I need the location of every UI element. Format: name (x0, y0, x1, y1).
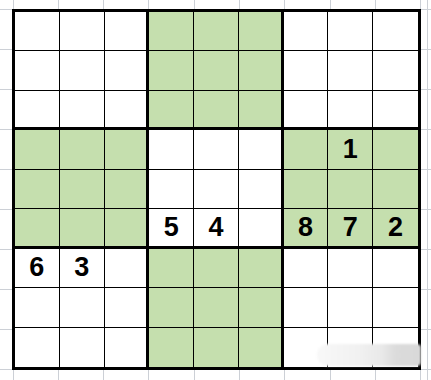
cell-r4c5[interactable] (194, 130, 239, 169)
cell-r1c3[interactable] (105, 12, 150, 51)
cell-r2c6[interactable] (239, 51, 284, 90)
cell-r6c4[interactable]: 5 (149, 209, 194, 248)
cell-r4c3[interactable] (105, 130, 150, 169)
cell-r6c8[interactable]: 7 (328, 209, 373, 248)
cell-r4c7[interactable] (284, 130, 329, 169)
sudoku-board: 15487263 (12, 9, 421, 370)
cell-r8c3[interactable] (105, 288, 150, 327)
cell-r4c8[interactable]: 1 (328, 130, 373, 169)
cell-r1c6[interactable] (239, 12, 284, 51)
cell-r4c6[interactable] (239, 130, 284, 169)
cell-r8c2[interactable] (60, 288, 105, 327)
cell-r2c9[interactable] (373, 51, 418, 90)
cell-r6c7[interactable]: 8 (284, 209, 329, 248)
cell-r8c4[interactable] (149, 288, 194, 327)
cell-r2c2[interactable] (60, 51, 105, 90)
blurred-watermark (317, 344, 421, 366)
cell-r3c2[interactable] (60, 91, 105, 130)
cell-r5c2[interactable] (60, 170, 105, 209)
cell-r4c2[interactable] (60, 130, 105, 169)
cell-r2c8[interactable] (328, 51, 373, 90)
cell-r4c1[interactable] (15, 130, 60, 169)
cell-r5c9[interactable] (373, 170, 418, 209)
cell-r5c5[interactable] (194, 170, 239, 209)
cell-r5c6[interactable] (239, 170, 284, 209)
cell-r9c6[interactable] (239, 328, 284, 367)
cell-r5c3[interactable] (105, 170, 150, 209)
cell-r7c1[interactable]: 6 (15, 249, 60, 288)
cell-r2c1[interactable] (15, 51, 60, 90)
cell-r1c9[interactable] (373, 12, 418, 51)
cell-r1c5[interactable] (194, 12, 239, 51)
cell-r8c8[interactable] (328, 288, 373, 327)
cell-r3c3[interactable] (105, 91, 150, 130)
cell-r9c2[interactable] (60, 328, 105, 367)
cell-r1c8[interactable] (328, 12, 373, 51)
cell-r6c5[interactable]: 4 (194, 209, 239, 248)
cell-r8c1[interactable] (15, 288, 60, 327)
cell-r1c4[interactable] (149, 12, 194, 51)
cell-r9c3[interactable] (105, 328, 150, 367)
cell-r2c7[interactable] (284, 51, 329, 90)
cell-r5c8[interactable] (328, 170, 373, 209)
cell-r7c7[interactable] (284, 249, 329, 288)
cell-r9c5[interactable] (194, 328, 239, 367)
cell-r6c2[interactable] (60, 209, 105, 248)
cell-r7c5[interactable] (194, 249, 239, 288)
cell-r6c1[interactable] (15, 209, 60, 248)
cell-r3c5[interactable] (194, 91, 239, 130)
sudoku-page: 15487263 (0, 0, 431, 380)
cell-r8c7[interactable] (284, 288, 329, 327)
cell-r7c8[interactable] (328, 249, 373, 288)
cell-r6c9[interactable]: 2 (373, 209, 418, 248)
cell-r3c7[interactable] (284, 91, 329, 130)
cell-r2c5[interactable] (194, 51, 239, 90)
cell-r8c5[interactable] (194, 288, 239, 327)
cell-r4c4[interactable] (149, 130, 194, 169)
cell-r7c3[interactable] (105, 249, 150, 288)
cell-r1c2[interactable] (60, 12, 105, 51)
cell-r7c6[interactable] (239, 249, 284, 288)
cell-r3c8[interactable] (328, 91, 373, 130)
cell-r1c7[interactable] (284, 12, 329, 51)
cell-r2c3[interactable] (105, 51, 150, 90)
cell-r3c4[interactable] (149, 91, 194, 130)
cell-r2c4[interactable] (149, 51, 194, 90)
cell-r3c6[interactable] (239, 91, 284, 130)
cell-r3c1[interactable] (15, 91, 60, 130)
cell-r3c9[interactable] (373, 91, 418, 130)
cell-r9c1[interactable] (15, 328, 60, 367)
gridline-vertical (427, 0, 428, 380)
cell-r8c6[interactable] (239, 288, 284, 327)
cell-r1c1[interactable] (15, 12, 60, 51)
cell-r7c2[interactable]: 3 (60, 249, 105, 288)
cell-r7c9[interactable] (373, 249, 418, 288)
cell-r9c4[interactable] (149, 328, 194, 367)
cell-r8c9[interactable] (373, 288, 418, 327)
cell-r5c4[interactable] (149, 170, 194, 209)
cell-r6c6[interactable] (239, 209, 284, 248)
cell-r5c7[interactable] (284, 170, 329, 209)
cell-r6c3[interactable] (105, 209, 150, 248)
cell-r4c9[interactable] (373, 130, 418, 169)
cell-r5c1[interactable] (15, 170, 60, 209)
cell-r7c4[interactable] (149, 249, 194, 288)
